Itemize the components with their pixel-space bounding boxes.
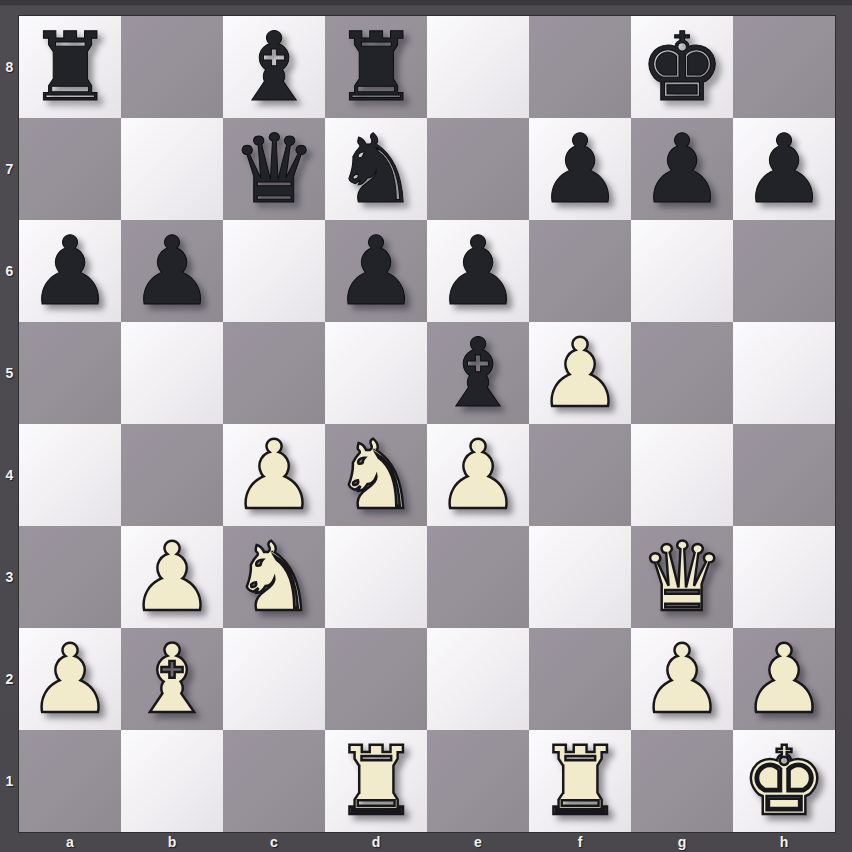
square-a6[interactable]: ♟ — [19, 220, 121, 322]
white-knight-piece[interactable]: ♞ — [333, 424, 418, 526]
square-c3[interactable]: ♞ — [223, 526, 325, 628]
white-rook-piece[interactable]: ♜ — [333, 730, 418, 832]
square-b6[interactable]: ♟ — [121, 220, 223, 322]
black-pawn-piece[interactable]: ♟ — [333, 220, 418, 322]
square-g1[interactable] — [631, 730, 733, 832]
square-h4[interactable] — [733, 424, 835, 526]
square-d2[interactable] — [325, 628, 427, 730]
square-b5[interactable] — [121, 322, 223, 424]
black-knight-piece[interactable]: ♞ — [333, 118, 418, 220]
chessboard-frame: ♜♝♜♚♛♞♟♟♟♟♟♟♟♝♟♟♞♟♟♞♛♟♝♟♟♜♜♚ 87654321 ab… — [0, 0, 852, 852]
square-h3[interactable] — [733, 526, 835, 628]
square-a8[interactable]: ♜ — [19, 16, 121, 118]
square-f1[interactable]: ♜ — [529, 730, 631, 832]
square-h6[interactable] — [733, 220, 835, 322]
square-d1[interactable]: ♜ — [325, 730, 427, 832]
black-pawn-piece[interactable]: ♟ — [639, 118, 724, 220]
square-a2[interactable]: ♟ — [19, 628, 121, 730]
rank-label-4: 4 — [0, 424, 19, 526]
square-g8[interactable]: ♚ — [631, 16, 733, 118]
square-e1[interactable] — [427, 730, 529, 832]
white-pawn-piece[interactable]: ♟ — [741, 628, 826, 730]
square-h7[interactable]: ♟ — [733, 118, 835, 220]
black-pawn-piece[interactable]: ♟ — [741, 118, 826, 220]
square-f7[interactable]: ♟ — [529, 118, 631, 220]
square-f5[interactable]: ♟ — [529, 322, 631, 424]
file-label-h: h — [733, 832, 835, 852]
square-f3[interactable] — [529, 526, 631, 628]
square-b2[interactable]: ♝ — [121, 628, 223, 730]
black-king-piece[interactable]: ♚ — [639, 16, 724, 118]
square-e2[interactable] — [427, 628, 529, 730]
file-label-g: g — [631, 832, 733, 852]
square-d6[interactable]: ♟ — [325, 220, 427, 322]
rank-label-3: 3 — [0, 526, 19, 628]
square-c6[interactable] — [223, 220, 325, 322]
square-d8[interactable]: ♜ — [325, 16, 427, 118]
rank-label-2: 2 — [0, 628, 19, 730]
black-pawn-piece[interactable]: ♟ — [435, 220, 520, 322]
square-h8[interactable] — [733, 16, 835, 118]
square-h5[interactable] — [733, 322, 835, 424]
square-b1[interactable] — [121, 730, 223, 832]
square-f6[interactable] — [529, 220, 631, 322]
square-c5[interactable] — [223, 322, 325, 424]
square-f8[interactable] — [529, 16, 631, 118]
black-pawn-piece[interactable]: ♟ — [27, 220, 112, 322]
black-bishop-piece[interactable]: ♝ — [231, 16, 316, 118]
square-b4[interactable] — [121, 424, 223, 526]
black-rook-piece[interactable]: ♜ — [27, 16, 112, 118]
square-c1[interactable] — [223, 730, 325, 832]
rank-label-6: 6 — [0, 220, 19, 322]
file-label-d: d — [325, 832, 427, 852]
white-pawn-piece[interactable]: ♟ — [129, 526, 214, 628]
square-a4[interactable] — [19, 424, 121, 526]
square-d4[interactable]: ♞ — [325, 424, 427, 526]
file-label-c: c — [223, 832, 325, 852]
white-king-piece[interactable]: ♚ — [741, 730, 826, 832]
rank-label-7: 7 — [0, 118, 19, 220]
file-label-b: b — [121, 832, 223, 852]
white-pawn-piece[interactable]: ♟ — [27, 628, 112, 730]
square-a1[interactable] — [19, 730, 121, 832]
board: ♜♝♜♚♛♞♟♟♟♟♟♟♟♝♟♟♞♟♟♞♛♟♝♟♟♜♜♚ — [19, 16, 835, 832]
square-d5[interactable] — [325, 322, 427, 424]
rank-label-1: 1 — [0, 730, 19, 832]
square-f2[interactable] — [529, 628, 631, 730]
white-bishop-piece[interactable]: ♝ — [129, 628, 214, 730]
square-e4[interactable]: ♟ — [427, 424, 529, 526]
square-e8[interactable] — [427, 16, 529, 118]
square-d3[interactable] — [325, 526, 427, 628]
square-e5[interactable]: ♝ — [427, 322, 529, 424]
square-e7[interactable] — [427, 118, 529, 220]
file-label-e: e — [427, 832, 529, 852]
square-g7[interactable]: ♟ — [631, 118, 733, 220]
rank-label-5: 5 — [0, 322, 19, 424]
black-rook-piece[interactable]: ♜ — [333, 16, 418, 118]
square-g5[interactable] — [631, 322, 733, 424]
file-label-f: f — [529, 832, 631, 852]
square-b8[interactable] — [121, 16, 223, 118]
square-c4[interactable]: ♟ — [223, 424, 325, 526]
square-g4[interactable] — [631, 424, 733, 526]
white-pawn-piece[interactable]: ♟ — [537, 322, 622, 424]
square-g2[interactable]: ♟ — [631, 628, 733, 730]
square-e3[interactable] — [427, 526, 529, 628]
square-b3[interactable]: ♟ — [121, 526, 223, 628]
black-pawn-piece[interactable]: ♟ — [537, 118, 622, 220]
square-a5[interactable] — [19, 322, 121, 424]
square-c2[interactable] — [223, 628, 325, 730]
black-pawn-piece[interactable]: ♟ — [129, 220, 214, 322]
white-knight-piece[interactable]: ♞ — [231, 526, 316, 628]
rank-label-8: 8 — [0, 16, 19, 118]
white-pawn-piece[interactable]: ♟ — [435, 424, 520, 526]
white-rook-piece[interactable]: ♜ — [537, 730, 622, 832]
white-queen-piece[interactable]: ♛ — [639, 526, 724, 628]
square-g6[interactable] — [631, 220, 733, 322]
square-a3[interactable] — [19, 526, 121, 628]
square-e6[interactable]: ♟ — [427, 220, 529, 322]
square-g3[interactable]: ♛ — [631, 526, 733, 628]
square-c8[interactable]: ♝ — [223, 16, 325, 118]
square-c7[interactable]: ♛ — [223, 118, 325, 220]
black-bishop-piece[interactable]: ♝ — [435, 322, 520, 424]
file-label-a: a — [19, 832, 121, 852]
black-queen-piece[interactable]: ♛ — [231, 118, 316, 220]
white-pawn-piece[interactable]: ♟ — [231, 424, 316, 526]
square-f4[interactable] — [529, 424, 631, 526]
square-d7[interactable]: ♞ — [325, 118, 427, 220]
square-h2[interactable]: ♟ — [733, 628, 835, 730]
square-b7[interactable] — [121, 118, 223, 220]
square-h1[interactable]: ♚ — [733, 730, 835, 832]
white-pawn-piece[interactable]: ♟ — [639, 628, 724, 730]
square-a7[interactable] — [19, 118, 121, 220]
